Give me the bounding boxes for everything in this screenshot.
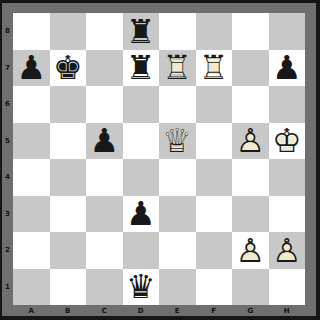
square-a2[interactable] bbox=[13, 232, 50, 269]
square-b1[interactable] bbox=[50, 269, 87, 306]
file-label-c: C bbox=[86, 305, 123, 316]
square-g7[interactable] bbox=[232, 50, 269, 87]
square-a8[interactable] bbox=[13, 13, 50, 50]
square-f8[interactable] bbox=[196, 13, 233, 50]
rank-label-4: 4 bbox=[2, 159, 13, 196]
square-a3[interactable] bbox=[13, 196, 50, 233]
square-f5[interactable] bbox=[196, 123, 233, 160]
black-rook-d7: ♜ bbox=[123, 50, 160, 87]
square-a7[interactable]: ♟ bbox=[13, 50, 50, 87]
square-c5[interactable]: ♟ bbox=[86, 123, 123, 160]
white-pawn-h2: ♟ bbox=[269, 232, 306, 269]
rank-label-8: 8 bbox=[2, 13, 13, 50]
black-pawn-h7: ♟ bbox=[269, 50, 306, 87]
square-e5[interactable]: ♛♕ bbox=[159, 123, 196, 160]
chess-board: ♜♟♚♜♜♖♜♖♟♟♛♕♟♙♚♔♟♟♙♟♙♛ bbox=[13, 13, 305, 305]
white-rook-e7: ♜ bbox=[159, 50, 196, 87]
square-f2[interactable] bbox=[196, 232, 233, 269]
square-a4[interactable] bbox=[13, 159, 50, 196]
square-c2[interactable] bbox=[86, 232, 123, 269]
square-d4[interactable] bbox=[123, 159, 160, 196]
square-b3[interactable] bbox=[50, 196, 87, 233]
square-b8[interactable] bbox=[50, 13, 87, 50]
square-d8[interactable]: ♜ bbox=[123, 13, 160, 50]
square-g6[interactable] bbox=[232, 86, 269, 123]
square-h6[interactable] bbox=[269, 86, 306, 123]
square-h8[interactable] bbox=[269, 13, 306, 50]
square-e7[interactable]: ♜♖ bbox=[159, 50, 196, 87]
square-g1[interactable] bbox=[232, 269, 269, 306]
rank-labels: 8 7 6 5 4 3 2 1 bbox=[2, 13, 13, 305]
square-h5[interactable]: ♚♔ bbox=[269, 123, 306, 160]
square-f4[interactable] bbox=[196, 159, 233, 196]
white-king-h5: ♚ bbox=[269, 123, 306, 160]
square-f6[interactable] bbox=[196, 86, 233, 123]
square-c8[interactable] bbox=[86, 13, 123, 50]
square-b4[interactable] bbox=[50, 159, 87, 196]
square-c6[interactable] bbox=[86, 86, 123, 123]
square-h1[interactable] bbox=[269, 269, 306, 306]
file-label-e: E bbox=[159, 305, 196, 316]
black-queen-d1: ♛ bbox=[123, 269, 160, 306]
square-e3[interactable] bbox=[159, 196, 196, 233]
white-rook-outline: ♖ bbox=[196, 50, 233, 87]
rank-label-7: 7 bbox=[2, 50, 13, 87]
square-d2[interactable] bbox=[123, 232, 160, 269]
black-pawn-d3: ♟ bbox=[123, 196, 160, 233]
square-d6[interactable] bbox=[123, 86, 160, 123]
white-pawn-g2: ♟ bbox=[232, 232, 269, 269]
square-g2[interactable]: ♟♙ bbox=[232, 232, 269, 269]
square-b6[interactable] bbox=[50, 86, 87, 123]
square-f1[interactable] bbox=[196, 269, 233, 306]
square-e6[interactable] bbox=[159, 86, 196, 123]
square-b5[interactable] bbox=[50, 123, 87, 160]
black-pawn-c5: ♟ bbox=[86, 123, 123, 160]
white-king-outline: ♔ bbox=[269, 123, 306, 160]
square-b2[interactable] bbox=[50, 232, 87, 269]
white-queen-outline: ♕ bbox=[159, 123, 196, 160]
square-g3[interactable] bbox=[232, 196, 269, 233]
file-label-f: F bbox=[196, 305, 233, 316]
chessboard-frame: 8 7 6 5 4 3 2 1 A B C D E F G H ♜♟♚♜♜♖♜♖… bbox=[0, 0, 320, 320]
square-e1[interactable] bbox=[159, 269, 196, 306]
square-a5[interactable] bbox=[13, 123, 50, 160]
square-h3[interactable] bbox=[269, 196, 306, 233]
square-c7[interactable] bbox=[86, 50, 123, 87]
white-rook-outline: ♖ bbox=[159, 50, 196, 87]
square-d5[interactable] bbox=[123, 123, 160, 160]
square-f3[interactable] bbox=[196, 196, 233, 233]
white-pawn-outline: ♙ bbox=[232, 123, 269, 160]
square-c1[interactable] bbox=[86, 269, 123, 306]
file-label-d: D bbox=[123, 305, 160, 316]
square-d3[interactable]: ♟ bbox=[123, 196, 160, 233]
rank-label-6: 6 bbox=[2, 86, 13, 123]
square-d1[interactable]: ♛ bbox=[123, 269, 160, 306]
square-e8[interactable] bbox=[159, 13, 196, 50]
white-pawn-g5: ♟ bbox=[232, 123, 269, 160]
square-f7[interactable]: ♜♖ bbox=[196, 50, 233, 87]
rank-label-2: 2 bbox=[2, 232, 13, 269]
white-rook-f7: ♜ bbox=[196, 50, 233, 87]
square-h7[interactable]: ♟ bbox=[269, 50, 306, 87]
square-e2[interactable] bbox=[159, 232, 196, 269]
square-g4[interactable] bbox=[232, 159, 269, 196]
rank-label-1: 1 bbox=[2, 269, 13, 306]
square-a1[interactable] bbox=[13, 269, 50, 306]
rank-label-3: 3 bbox=[2, 196, 13, 233]
rank-label-5: 5 bbox=[2, 123, 13, 160]
square-c4[interactable] bbox=[86, 159, 123, 196]
square-h2[interactable]: ♟♙ bbox=[269, 232, 306, 269]
black-king-b7: ♚ bbox=[50, 50, 87, 87]
file-label-a: A bbox=[13, 305, 50, 316]
square-h4[interactable] bbox=[269, 159, 306, 196]
square-a6[interactable] bbox=[13, 86, 50, 123]
white-pawn-outline: ♙ bbox=[269, 232, 306, 269]
white-queen-e5: ♛ bbox=[159, 123, 196, 160]
square-e4[interactable] bbox=[159, 159, 196, 196]
black-rook-d8: ♜ bbox=[123, 13, 160, 50]
white-pawn-outline: ♙ bbox=[232, 232, 269, 269]
square-g8[interactable] bbox=[232, 13, 269, 50]
black-pawn-a7: ♟ bbox=[13, 50, 50, 87]
file-label-h: H bbox=[269, 305, 306, 316]
square-g5[interactable]: ♟♙ bbox=[232, 123, 269, 160]
square-b7[interactable]: ♚ bbox=[50, 50, 87, 87]
square-d7[interactable]: ♜ bbox=[123, 50, 160, 87]
file-label-g: G bbox=[232, 305, 269, 316]
file-label-b: B bbox=[50, 305, 87, 316]
square-c3[interactable] bbox=[86, 196, 123, 233]
file-labels: A B C D E F G H bbox=[13, 305, 305, 316]
